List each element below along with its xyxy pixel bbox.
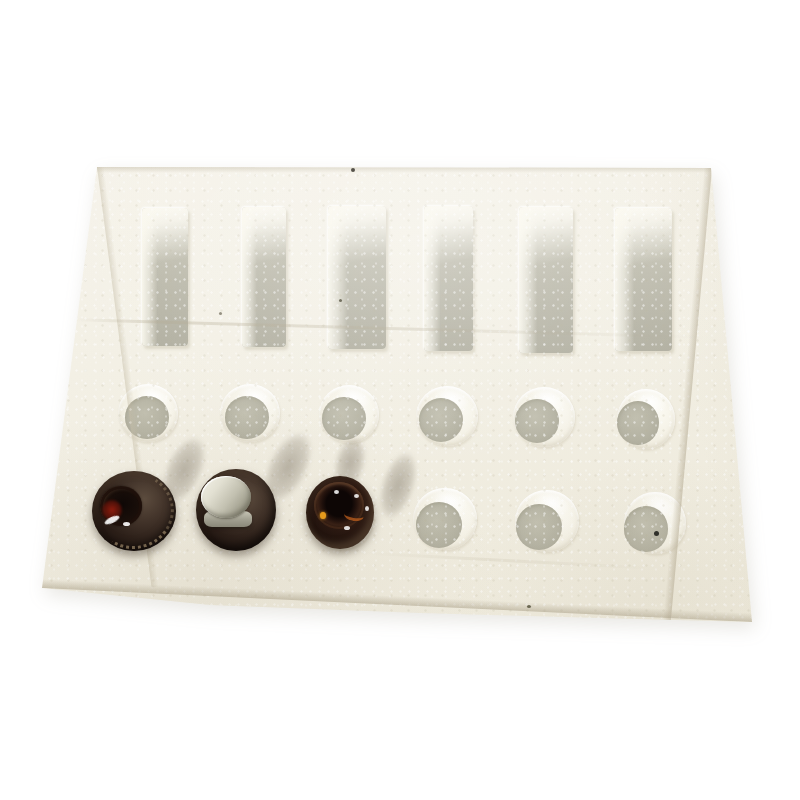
round-hole-r2c5 [513, 387, 575, 447]
amber-glint [320, 512, 326, 519]
foam-speck [339, 299, 342, 302]
foam-speck [351, 168, 355, 172]
silver-cap-top [201, 476, 251, 518]
amber-vial-3 [306, 476, 374, 549]
tray-wrapper [0, 0, 800, 800]
amber-vial-1 [92, 471, 176, 551]
foam-speck [219, 312, 222, 315]
photo-canvas [0, 0, 800, 800]
foam-speck [527, 605, 531, 608]
rect-slot-r1c6 [615, 208, 672, 351]
rect-slot-r1c5 [519, 207, 573, 353]
round-hole-r2c1 [118, 384, 178, 442]
vial-open-mouth [314, 482, 364, 529]
specular-highlight [334, 490, 339, 494]
rect-slot-r1c1 [142, 208, 188, 346]
round-hole-r2c6 [617, 389, 675, 449]
specular-highlight [365, 506, 369, 511]
specular-highlight [123, 522, 130, 526]
foam-speck [654, 531, 659, 536]
foam-tray [0, 0, 800, 800]
round-hole-r2c2 [220, 384, 280, 442]
round-hole-r2c3 [319, 385, 379, 443]
round-hole-r3c5 [515, 490, 579, 552]
tray-edge-shade-top [97, 167, 711, 173]
rect-slot-r1c4 [424, 206, 473, 351]
round-hole-r2c4 [416, 386, 478, 446]
amber-vial-2 [196, 469, 276, 551]
round-hole-r3c6 [624, 492, 686, 554]
vial-open-mouth [100, 486, 142, 526]
foam-crease [360, 551, 690, 571]
specular-highlight [354, 494, 359, 498]
specular-highlight [344, 526, 350, 530]
round-hole-r3c4 [413, 488, 477, 550]
tray-edge-shade-bottom [42, 579, 754, 622]
rect-slot-r1c2 [242, 207, 286, 347]
rect-slot-r1c3 [328, 206, 386, 349]
